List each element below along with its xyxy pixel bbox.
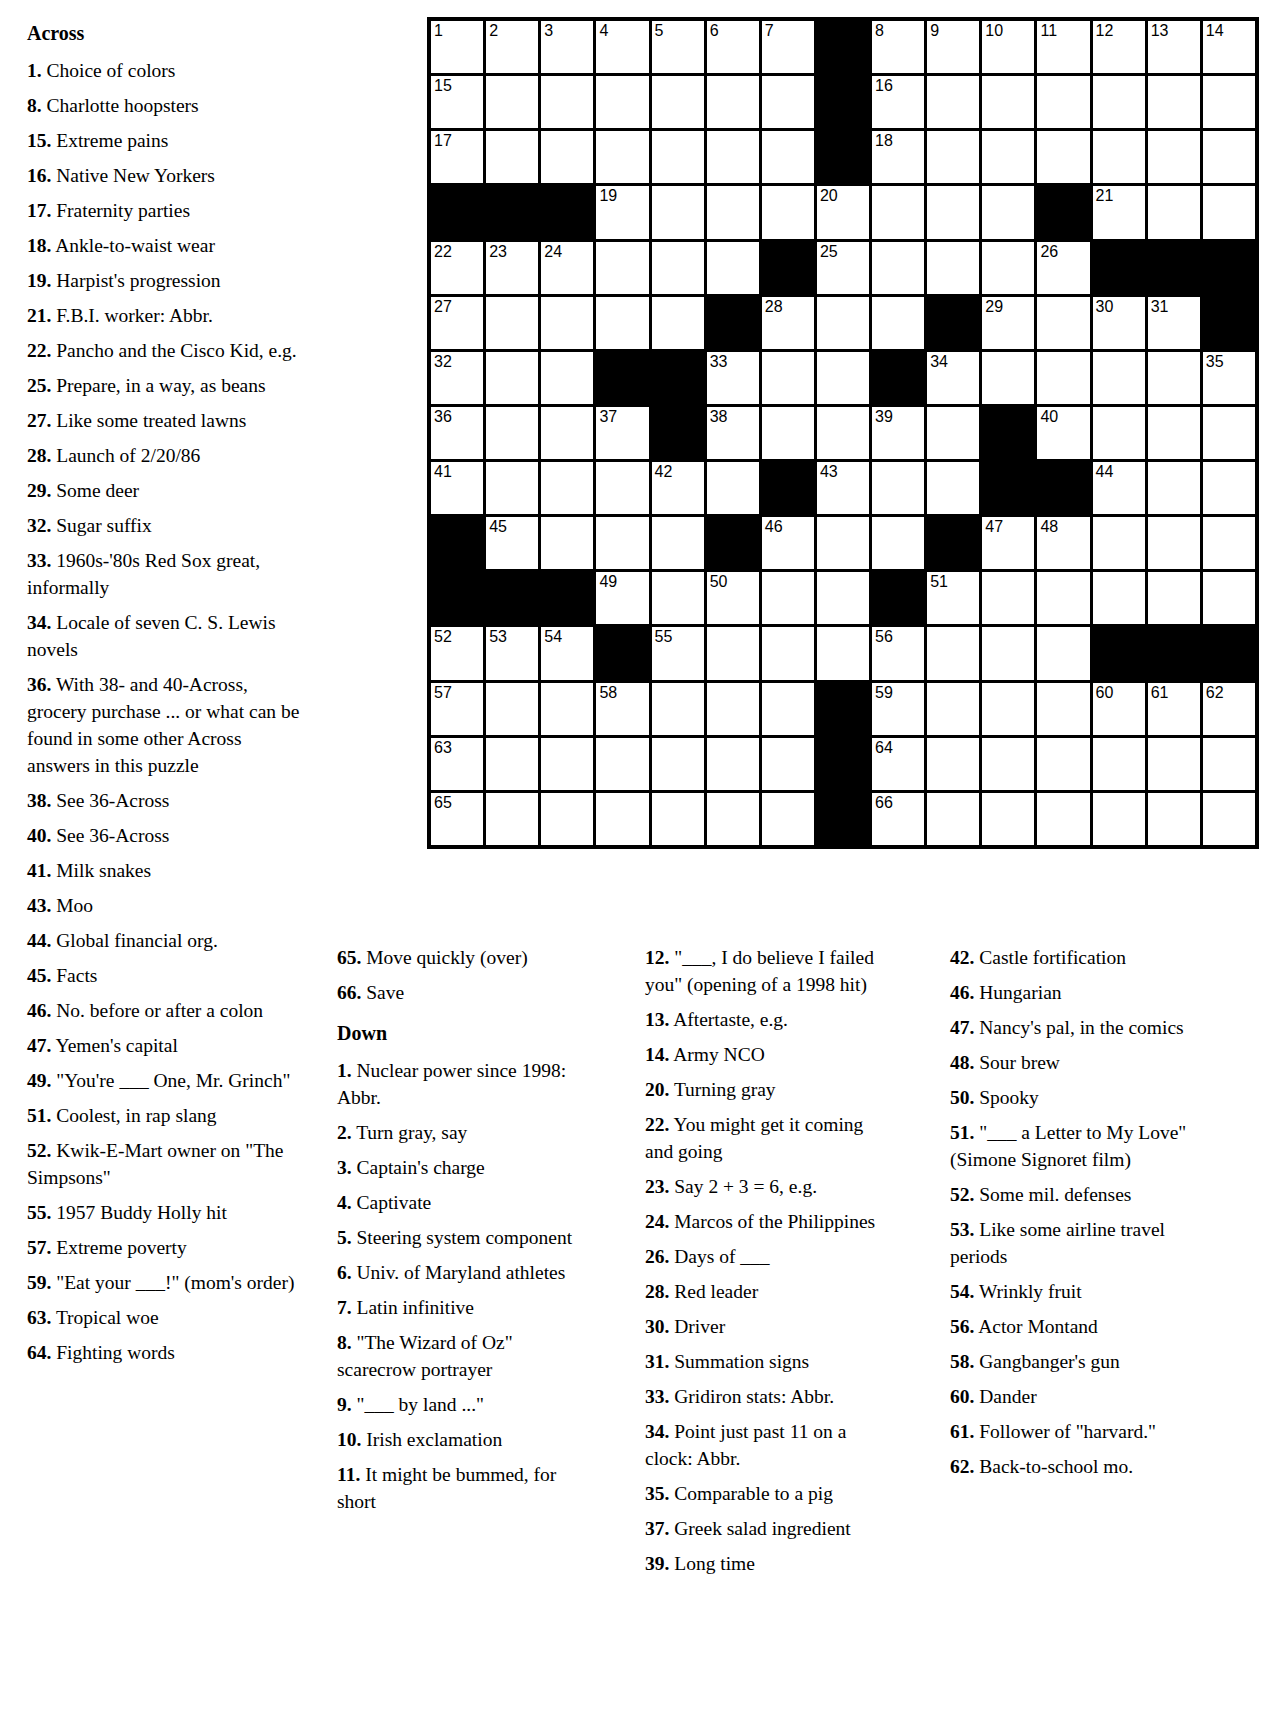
grid-cell[interactable] [1203,131,1255,183]
crossword-page: { "game": "crossword", "position": [ "..… [0,0,1280,1712]
clue-number: 37. [645,1518,669,1539]
grid-cell[interactable] [541,76,593,128]
grid-cell[interactable]: 39 [872,407,924,459]
grid-cell[interactable] [982,738,1034,790]
cell-number: 15 [434,77,452,95]
black-cell [762,462,814,514]
grid-cell[interactable] [1148,572,1200,624]
clue-across-27: 27. Like some treated lawns [27,407,307,434]
clue-number: 36. [27,674,51,695]
black-cell [596,627,648,679]
cell-number: 16 [875,77,893,95]
cell-number: 17 [434,132,452,150]
cell-number: 60 [1096,684,1114,702]
grid-cell[interactable] [652,793,704,845]
grid-cell[interactable]: 12 [1093,21,1145,73]
cell-number: 20 [820,187,838,205]
clue-down-2: 2. Turn gray, say [337,1119,592,1146]
grid-cell[interactable]: 53 [486,627,538,679]
cell-number: 12 [1096,22,1114,40]
grid-cell[interactable] [927,462,979,514]
grid-cell[interactable] [707,462,759,514]
grid-cell[interactable] [1203,517,1255,569]
grid-cell[interactable] [982,186,1034,238]
grid-cell[interactable] [707,131,759,183]
grid-cell[interactable]: 51 [927,572,979,624]
clue-across-22: 22. Pancho and the Cisco Kid, e.g. [27,337,307,364]
grid-cell[interactable] [707,242,759,294]
black-cell [1093,242,1145,294]
grid-cell[interactable]: 28 [762,297,814,349]
grid-cell[interactable]: 55 [652,627,704,679]
clue-number: 52. [950,1184,974,1205]
grid-cell[interactable] [1037,297,1089,349]
cell-number: 26 [1040,243,1058,261]
clue-down-30: 30. Driver [645,1313,895,1340]
cell-number: 31 [1151,298,1169,316]
clue-number: 27. [27,410,51,431]
grid-cell[interactable]: 18 [872,131,924,183]
clue-number: 34. [645,1421,669,1442]
grid-cell[interactable]: 47 [982,517,1034,569]
clue-across-43: 43. Moo [27,892,307,919]
clue-across-49: 49. "You're ___ One, Mr. Grinch" [27,1067,307,1094]
grid-cell[interactable]: 2 [486,21,538,73]
clue-number: 1. [337,1060,352,1081]
clue-down-48: 48. Sour brew [950,1049,1210,1076]
grid-cell[interactable]: 13 [1148,21,1200,73]
grid-cell[interactable]: 1 [431,21,483,73]
grid-cell[interactable] [927,186,979,238]
grid-cell[interactable] [1037,131,1089,183]
grid-cell[interactable] [927,407,979,459]
grid-cell[interactable]: 52 [431,627,483,679]
grid-cell[interactable] [1093,738,1145,790]
across-header: Across [27,20,307,47]
clue-down-35: 35. Comparable to a pig [645,1480,895,1507]
grid-cell[interactable] [541,131,593,183]
grid-cell[interactable] [596,793,648,845]
grid-cell[interactable] [1203,407,1255,459]
grid-cell[interactable]: 56 [872,627,924,679]
clue-down-62: 62. Back-to-school mo. [950,1453,1210,1480]
cell-number: 50 [710,573,728,591]
clue-number: 47. [950,1017,974,1038]
grid-cell[interactable]: 14 [1203,21,1255,73]
grid-cell[interactable]: 11 [1037,21,1089,73]
grid-cell[interactable] [707,793,759,845]
grid-cell[interactable] [927,738,979,790]
clue-down-3: 3. Captain's charge [337,1154,592,1181]
clue-down-7: 7. Latin infinitive [337,1294,592,1321]
grid-cell[interactable] [652,186,704,238]
grid-cell[interactable] [486,683,538,735]
cell-number: 53 [489,628,507,646]
clue-number: 15. [27,130,51,151]
grid-cell[interactable]: 45 [486,517,538,569]
clue-across-16: 16. Native New Yorkers [27,162,307,189]
grid-cell[interactable] [486,738,538,790]
grid-cell[interactable] [541,407,593,459]
grid-cell[interactable]: 34 [927,352,979,404]
grid-cell[interactable] [541,352,593,404]
clue-number: 65. [337,947,361,968]
grid-cell[interactable] [927,242,979,294]
grid-cell[interactable] [762,76,814,128]
grid-cell[interactable] [541,793,593,845]
clue-across-57: 57. Extreme poverty [27,1234,307,1261]
grid-cell[interactable]: 3 [541,21,593,73]
grid-cell[interactable] [762,793,814,845]
clue-number: 1. [27,60,42,81]
clue-number: 17. [27,200,51,221]
grid-cell[interactable]: 59 [872,683,924,735]
grid-cell[interactable] [762,627,814,679]
grid-cell[interactable] [652,131,704,183]
grid-cell[interactable]: 29 [982,297,1034,349]
clue-number: 3. [337,1157,352,1178]
cell-number: 33 [710,353,728,371]
grid-cell[interactable]: 46 [762,517,814,569]
cell-number: 56 [875,628,893,646]
clue-across-8: 8. Charlotte hoopsters [27,92,307,119]
grid-cell[interactable] [596,76,648,128]
grid-cell[interactable] [652,297,704,349]
grid-cell[interactable] [817,407,869,459]
crossword-grid: 1234567891011121314151617181920212223242… [427,17,1259,849]
grid-cell[interactable] [1037,76,1089,128]
clue-number: 28. [645,1281,669,1302]
grid-cell[interactable]: 38 [707,407,759,459]
grid-cell[interactable] [1148,352,1200,404]
grid-cell[interactable]: 6 [707,21,759,73]
grid-cell[interactable]: 35 [1203,352,1255,404]
clue-number: 44. [27,930,51,951]
grid-cell[interactable] [1093,352,1145,404]
clue-across-44: 44. Global financial org. [27,927,307,954]
black-cell [652,407,704,459]
grid-cell[interactable] [486,131,538,183]
grid-cell[interactable] [817,517,869,569]
cell-number: 42 [655,463,673,481]
black-cell [817,738,869,790]
grid-cell[interactable] [762,131,814,183]
grid-cell[interactable] [596,517,648,569]
cell-number: 45 [489,518,507,536]
grid-cell[interactable]: 65 [431,793,483,845]
grid-cell[interactable]: 16 [872,76,924,128]
grid-cell[interactable] [1093,793,1145,845]
clue-down-54: 54. Wrinkly fruit [950,1278,1210,1305]
grid-cell[interactable] [596,131,648,183]
grid-cell[interactable] [1148,462,1200,514]
clue-number: 51. [27,1105,51,1126]
grid-cell[interactable] [1037,352,1089,404]
clue-across-63: 63. Tropical woe [27,1304,307,1331]
grid-cell[interactable] [762,738,814,790]
cell-number: 37 [599,408,617,426]
grid-cell[interactable]: 26 [1037,242,1089,294]
clue-number: 11. [337,1464,360,1485]
grid-cell[interactable]: 62 [1203,683,1255,735]
black-cell [817,683,869,735]
grid-cell[interactable]: 27 [431,297,483,349]
clue-across-59: 59. "Eat your ___!" (mom's order) [27,1269,307,1296]
grid-cell[interactable]: 15 [431,76,483,128]
grid-cell[interactable]: 60 [1093,683,1145,735]
clue-down-46: 46. Hungarian [950,979,1210,1006]
grid-cell[interactable]: 10 [982,21,1034,73]
clue-number: 14. [645,1044,669,1065]
grid-cell[interactable] [817,297,869,349]
grid-cell[interactable] [982,76,1034,128]
grid-cell[interactable]: 5 [652,21,704,73]
clue-number: 16. [27,165,51,186]
grid-cell[interactable]: 4 [596,21,648,73]
clue-across-51: 51. Coolest, in rap slang [27,1102,307,1129]
grid-cell[interactable] [1203,76,1255,128]
clue-number: 40. [27,825,51,846]
grid-cell[interactable] [596,738,648,790]
grid-cell[interactable] [1148,76,1200,128]
grid-cell[interactable] [486,462,538,514]
clue-across-25: 25. Prepare, in a way, as beans [27,372,307,399]
clue-number: 22. [645,1114,669,1135]
clue-number: 28. [27,445,51,466]
clue-across-47: 47. Yemen's capital [27,1032,307,1059]
grid-cell[interactable] [707,76,759,128]
grid-cell[interactable] [762,407,814,459]
clue-number: 24. [645,1211,669,1232]
grid-cell[interactable] [486,352,538,404]
grid-cell[interactable] [707,683,759,735]
grid-cell[interactable] [762,683,814,735]
grid-cell[interactable] [982,352,1034,404]
grid-cell[interactable] [927,683,979,735]
grid-cell[interactable] [982,131,1034,183]
clue-column-b: 65. Move quickly (over)66. Save Down 1. … [337,944,592,1523]
grid-cell[interactable] [486,407,538,459]
grid-cell[interactable]: 9 [927,21,979,73]
grid-cell[interactable] [1148,738,1200,790]
grid-cell[interactable] [1037,572,1089,624]
grid-cell[interactable]: 22 [431,242,483,294]
grid-cell[interactable] [652,517,704,569]
cell-number: 65 [434,794,452,812]
grid-cell[interactable] [596,297,648,349]
grid-cell[interactable] [1093,517,1145,569]
grid-cell[interactable] [1148,517,1200,569]
grid-cell[interactable]: 7 [762,21,814,73]
grid-cell[interactable]: 40 [1037,407,1089,459]
grid-cell[interactable]: 48 [1037,517,1089,569]
grid-cell[interactable]: 42 [652,462,704,514]
black-cell [1148,627,1200,679]
grid-cell[interactable] [872,517,924,569]
grid-cell[interactable] [1093,131,1145,183]
cell-number: 22 [434,243,452,261]
black-cell [652,352,704,404]
grid-cell[interactable] [707,738,759,790]
grid-cell[interactable] [927,131,979,183]
grid-cell[interactable] [762,352,814,404]
clue-down-39: 39. Long time [645,1550,895,1577]
grid-cell[interactable] [762,186,814,238]
grid-cell[interactable]: 66 [872,793,924,845]
clue-down-52: 52. Some mil. defenses [950,1181,1210,1208]
grid-cell[interactable] [596,242,648,294]
clue-number: 41. [27,860,51,881]
grid-cell[interactable]: 57 [431,683,483,735]
clue-down-37: 37. Greek salad ingredient [645,1515,895,1542]
black-cell [541,186,593,238]
grid-cell[interactable] [1203,462,1255,514]
cell-number: 55 [655,628,673,646]
cell-number: 11 [1040,22,1057,40]
grid-cell[interactable] [817,352,869,404]
cell-number: 19 [599,187,617,205]
grid-cell[interactable] [1093,572,1145,624]
clue-number: 8. [337,1332,352,1353]
grid-cell[interactable] [652,76,704,128]
clue-down-26: 26. Days of ___ [645,1243,895,1270]
grid-cell[interactable] [707,627,759,679]
grid-cell[interactable]: 50 [707,572,759,624]
grid-cell[interactable] [927,793,979,845]
clue-number: 9. [337,1394,352,1415]
grid-cell[interactable] [652,738,704,790]
grid-cell[interactable]: 32 [431,352,483,404]
grid-cell[interactable]: 31 [1148,297,1200,349]
grid-cell[interactable]: 30 [1093,297,1145,349]
cell-number: 43 [820,463,838,481]
grid-cell[interactable] [927,76,979,128]
grid-cell[interactable]: 24 [541,242,593,294]
grid-cell[interactable] [541,517,593,569]
grid-cell[interactable]: 25 [817,242,869,294]
grid-cell[interactable]: 54 [541,627,593,679]
clue-down-56: 56. Actor Montand [950,1313,1210,1340]
clue-number: 21. [27,305,51,326]
grid-cell[interactable]: 37 [596,407,648,459]
grid-cell[interactable] [707,186,759,238]
grid-cell[interactable]: 33 [707,352,759,404]
grid-cell[interactable]: 17 [431,131,483,183]
grid-cell[interactable]: 64 [872,738,924,790]
grid-cell[interactable] [1203,572,1255,624]
grid-cell[interactable]: 21 [1093,186,1145,238]
grid-cell[interactable] [817,572,869,624]
grid-cell[interactable] [1148,407,1200,459]
grid-cell[interactable] [817,627,869,679]
grid-cell[interactable] [1203,186,1255,238]
cell-number: 46 [765,518,783,536]
grid-cell[interactable] [541,297,593,349]
clue-down-12: 12. "___, I do believe I failed you" (op… [645,944,895,998]
clue-across-1: 1. Choice of colors [27,57,307,84]
grid-cell[interactable] [486,76,538,128]
grid-cell[interactable] [541,738,593,790]
grid-cell[interactable] [1037,627,1089,679]
cell-number: 3 [544,22,553,40]
clue-down-11: 11. It might be bummed, for short [337,1461,592,1515]
grid-cell[interactable]: 8 [872,21,924,73]
grid-cell[interactable]: 20 [817,186,869,238]
clue-number: 30. [645,1316,669,1337]
grid-cell[interactable]: 19 [596,186,648,238]
cell-number: 54 [544,628,562,646]
grid-cell[interactable]: 63 [431,738,483,790]
down-header: Down [337,1020,592,1047]
grid-cell[interactable]: 43 [817,462,869,514]
grid-cell[interactable] [652,572,704,624]
clue-number: 55. [27,1202,51,1223]
cell-number: 4 [599,22,608,40]
grid-cell[interactable] [1148,793,1200,845]
clue-down-34: 34. Point just past 11 on a clock: Abbr. [645,1418,895,1472]
grid-cell[interactable]: 49 [596,572,648,624]
grid-cell[interactable]: 36 [431,407,483,459]
grid-cell[interactable] [982,242,1034,294]
grid-cell[interactable]: 41 [431,462,483,514]
black-cell [762,242,814,294]
grid-cell[interactable] [982,627,1034,679]
grid-cell[interactable] [1203,793,1255,845]
grid-cell[interactable] [541,683,593,735]
black-cell [1203,242,1255,294]
grid-cell[interactable] [486,793,538,845]
across-clue-list: 1. Choice of colors8. Charlotte hoopster… [27,57,307,1366]
grid-cell[interactable] [982,572,1034,624]
grid-cell[interactable] [1093,76,1145,128]
grid-cell[interactable] [982,683,1034,735]
grid-cell[interactable] [1148,131,1200,183]
grid-cell[interactable]: 23 [486,242,538,294]
grid-cell[interactable] [486,297,538,349]
grid-cell[interactable] [541,462,593,514]
grid-cell[interactable] [596,462,648,514]
grid-cell[interactable] [1037,793,1089,845]
clue-down-10: 10. Irish exclamation [337,1426,592,1453]
grid-cell[interactable] [927,627,979,679]
grid-cell[interactable] [652,242,704,294]
grid-cell[interactable]: 58 [596,683,648,735]
grid-cell[interactable] [1093,407,1145,459]
grid-cell[interactable] [1203,738,1255,790]
clue-down-50: 50. Spooky [950,1084,1210,1111]
grid-cell[interactable] [872,242,924,294]
cell-number: 13 [1151,22,1169,40]
grid-cell[interactable] [1037,683,1089,735]
grid-cell[interactable] [762,572,814,624]
cell-number: 14 [1206,22,1224,40]
grid-cell[interactable]: 44 [1093,462,1145,514]
grid-cell[interactable] [1037,738,1089,790]
grid-cell[interactable] [872,186,924,238]
grid-cell[interactable] [982,793,1034,845]
grid-cell[interactable]: 61 [1148,683,1200,735]
grid-cell[interactable] [872,462,924,514]
grid-cell[interactable] [1148,186,1200,238]
clue-number: 50. [950,1087,974,1108]
grid-cell[interactable] [652,683,704,735]
cell-number: 47 [985,518,1003,536]
clue-across-18: 18. Ankle-to-waist wear [27,232,307,259]
clue-number: 2. [337,1122,352,1143]
clue-across-40: 40. See 36-Across [27,822,307,849]
clue-across-66: 66. Save [337,979,592,1006]
grid-cell[interactable] [872,297,924,349]
